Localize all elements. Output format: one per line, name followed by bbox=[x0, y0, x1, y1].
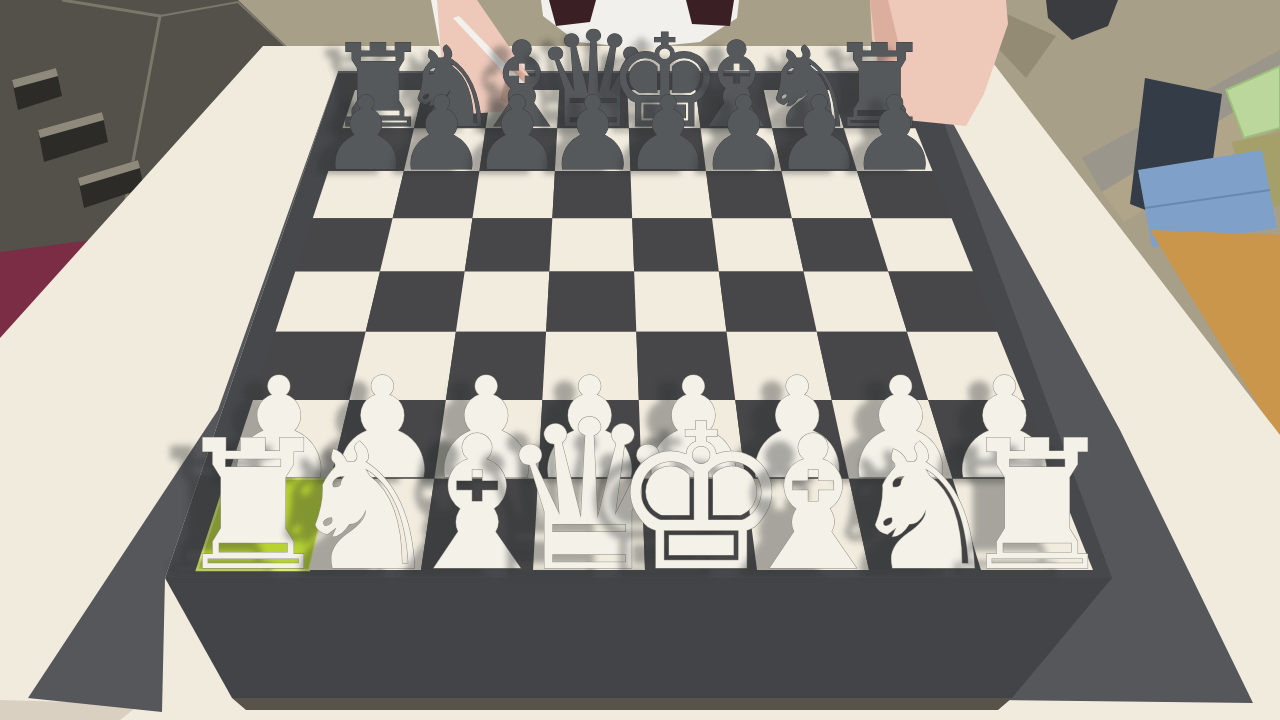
square-b4[interactable] bbox=[366, 272, 465, 332]
square-d4[interactable] bbox=[546, 272, 636, 332]
square-c5[interactable] bbox=[465, 218, 553, 271]
piece-white-rook-h1[interactable]: ♜ bbox=[957, 402, 1118, 610]
square-d5[interactable] bbox=[549, 218, 634, 271]
square-f5[interactable] bbox=[712, 218, 804, 271]
square-g5[interactable] bbox=[792, 218, 888, 271]
square-c4[interactable] bbox=[456, 272, 550, 332]
square-e5[interactable] bbox=[632, 218, 719, 271]
square-e4[interactable] bbox=[634, 272, 726, 332]
piece-black-pawn-h7[interactable]: ♟ bbox=[849, 74, 940, 193]
square-b5[interactable] bbox=[380, 218, 473, 271]
board-front-lip bbox=[232, 698, 1012, 710]
room-scene: ♜♜♞♞♝♝♛♛♚♚♝♝♞♞♜♜♟♟♟♟♟♟♟♟♟♟♟♟♟♟♟♟♟♟♟♟♟♟♟♟… bbox=[0, 0, 1280, 720]
square-f4[interactable] bbox=[719, 272, 817, 332]
game-viewport: ♜♜♞♞♝♝♛♛♚♚♝♝♞♞♜♜♟♟♟♟♟♟♟♟♟♟♟♟♟♟♟♟♟♟♟♟♟♟♟♟… bbox=[0, 0, 1280, 720]
